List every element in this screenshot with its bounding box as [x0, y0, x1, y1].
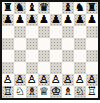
piece-black-knight[interactable]: ♞: [75, 2, 85, 14]
square-h1[interactable]: ♖: [86, 86, 98, 98]
square-a6[interactable]: [2, 26, 14, 38]
piece-white-king[interactable]: ♔: [51, 86, 61, 98]
piece-white-pawn[interactable]: ♙: [15, 74, 25, 86]
square-d1[interactable]: ♕: [38, 86, 50, 98]
square-e3[interactable]: [50, 62, 62, 74]
piece-white-pawn[interactable]: ♙: [39, 74, 49, 86]
square-e6[interactable]: [50, 26, 62, 38]
square-a5[interactable]: [2, 38, 14, 50]
square-d3[interactable]: [38, 62, 50, 74]
piece-black-pawn[interactable]: ♟: [63, 14, 73, 26]
square-c1[interactable]: ♗: [26, 86, 38, 98]
square-c8[interactable]: ♝: [26, 2, 38, 14]
square-c2[interactable]: ♙: [26, 74, 38, 86]
square-b4[interactable]: [14, 50, 26, 62]
piece-white-pawn[interactable]: ♙: [75, 74, 85, 86]
square-e2[interactable]: ♙: [50, 74, 62, 86]
square-b1[interactable]: ♘: [14, 86, 26, 98]
piece-white-pawn[interactable]: ♙: [27, 74, 37, 86]
piece-black-pawn[interactable]: ♟: [3, 14, 13, 26]
square-h8[interactable]: ♜: [86, 2, 98, 14]
square-e7[interactable]: ♟: [50, 14, 62, 26]
piece-white-queen[interactable]: ♕: [39, 86, 49, 98]
square-d4[interactable]: [38, 50, 50, 62]
piece-black-pawn[interactable]: ♟: [75, 14, 85, 26]
square-g3[interactable]: [74, 62, 86, 74]
piece-black-pawn[interactable]: ♟: [27, 14, 37, 26]
square-c6[interactable]: [26, 26, 38, 38]
piece-black-pawn[interactable]: ♟: [39, 14, 49, 26]
square-h5[interactable]: [86, 38, 98, 50]
square-f5[interactable]: [62, 38, 74, 50]
square-h3[interactable]: [86, 62, 98, 74]
square-d2[interactable]: ♙: [38, 74, 50, 86]
square-g8[interactable]: ♞: [74, 2, 86, 14]
square-b8[interactable]: ♞: [14, 2, 26, 14]
square-c4[interactable]: [26, 50, 38, 62]
square-g5[interactable]: [74, 38, 86, 50]
piece-black-bishop[interactable]: ♝: [27, 2, 37, 14]
square-g6[interactable]: [74, 26, 86, 38]
square-h4[interactable]: [86, 50, 98, 62]
square-f1[interactable]: ♗: [62, 86, 74, 98]
square-a3[interactable]: [2, 62, 14, 74]
piece-black-queen[interactable]: ♛: [39, 2, 49, 14]
square-d8[interactable]: ♛: [38, 2, 50, 14]
page-margin: [0, 100, 100, 103]
square-b2[interactable]: ♙: [14, 74, 26, 86]
square-b5[interactable]: [14, 38, 26, 50]
square-e5[interactable]: [50, 38, 62, 50]
square-e4[interactable]: [50, 50, 62, 62]
square-c5[interactable]: [26, 38, 38, 50]
piece-black-rook[interactable]: ♜: [87, 2, 97, 14]
square-a8[interactable]: ♜: [2, 2, 14, 14]
square-b6[interactable]: [14, 26, 26, 38]
square-g4[interactable]: [74, 50, 86, 62]
chess-board: ♜♞♝♛♝♞♜♟♟♟♟♟♟♟♟♙♙♙♙♙♙♙♙♖♘♗♕♔♗♘♖: [2, 2, 98, 98]
square-f6[interactable]: [62, 26, 74, 38]
square-d6[interactable]: [38, 26, 50, 38]
piece-white-rook[interactable]: ♖: [87, 86, 97, 98]
square-b3[interactable]: [14, 62, 26, 74]
piece-black-rook[interactable]: ♜: [3, 2, 13, 14]
piece-white-knight[interactable]: ♘: [75, 86, 85, 98]
piece-black-pawn[interactable]: ♟: [87, 14, 97, 26]
square-c7[interactable]: ♟: [26, 14, 38, 26]
square-d7[interactable]: ♟: [38, 14, 50, 26]
square-g7[interactable]: ♟: [74, 14, 86, 26]
piece-black-pawn[interactable]: ♟: [15, 14, 25, 26]
piece-white-pawn[interactable]: ♙: [3, 74, 13, 86]
square-a4[interactable]: [2, 50, 14, 62]
piece-white-rook[interactable]: ♖: [3, 86, 13, 98]
square-e8[interactable]: [50, 2, 62, 14]
piece-white-pawn[interactable]: ♙: [63, 74, 73, 86]
piece-black-bishop[interactable]: ♝: [63, 2, 73, 14]
square-a7[interactable]: ♟: [2, 14, 14, 26]
square-g2[interactable]: ♙: [74, 74, 86, 86]
piece-black-pawn[interactable]: ♟: [51, 14, 61, 26]
square-f7[interactable]: ♟: [62, 14, 74, 26]
square-f2[interactable]: ♙: [62, 74, 74, 86]
square-f4[interactable]: [62, 50, 74, 62]
square-f8[interactable]: ♝: [62, 2, 74, 14]
square-a1[interactable]: ♖: [2, 86, 14, 98]
piece-white-pawn[interactable]: ♙: [51, 74, 61, 86]
square-d5[interactable]: [38, 38, 50, 50]
square-h2[interactable]: ♙: [86, 74, 98, 86]
piece-white-bishop[interactable]: ♗: [63, 86, 73, 98]
chess-board-frame: ♜♞♝♛♝♞♜♟♟♟♟♟♟♟♟♙♙♙♙♙♙♙♙♖♘♗♕♔♗♘♖: [0, 0, 100, 100]
square-h6[interactable]: [86, 26, 98, 38]
square-e1[interactable]: ♔: [50, 86, 62, 98]
square-a2[interactable]: ♙: [2, 74, 14, 86]
square-f3[interactable]: [62, 62, 74, 74]
square-g1[interactable]: ♘: [74, 86, 86, 98]
square-c3[interactable]: [26, 62, 38, 74]
piece-white-pawn[interactable]: ♙: [87, 74, 97, 86]
piece-black-knight[interactable]: ♞: [15, 2, 25, 14]
square-h7[interactable]: ♟: [86, 14, 98, 26]
piece-white-bishop[interactable]: ♗: [27, 86, 37, 98]
square-b7[interactable]: ♟: [14, 14, 26, 26]
piece-white-knight[interactable]: ♘: [15, 86, 25, 98]
